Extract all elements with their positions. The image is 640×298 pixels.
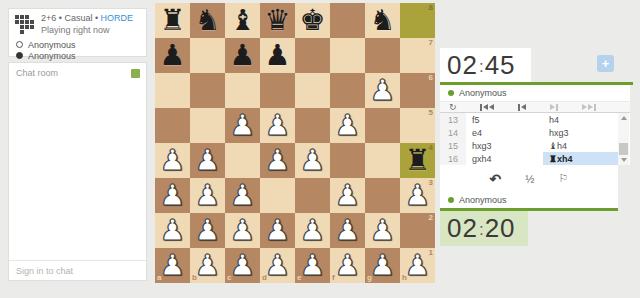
- square-c6[interactable]: [225, 73, 260, 108]
- chat-toggle-icon[interactable]: [131, 69, 140, 78]
- square-f3[interactable]: ♟: [330, 178, 365, 213]
- square-g3[interactable]: [365, 178, 400, 213]
- white-pawn[interactable]: ♟: [160, 213, 186, 248]
- resign-flag-button[interactable]: ⚐: [559, 172, 569, 185]
- horde-variant-icon: [15, 15, 34, 35]
- square-c2[interactable]: ♟: [225, 213, 260, 248]
- square-e5[interactable]: [295, 108, 330, 143]
- square-d6[interactable]: [260, 73, 295, 108]
- offer-draw-button[interactable]: ½: [525, 173, 534, 185]
- square-f8[interactable]: [330, 3, 365, 38]
- chat-input[interactable]: [9, 260, 146, 280]
- file-label: c: [227, 274, 231, 282]
- move-white[interactable]: hxg3: [466, 139, 543, 152]
- top-player-name: Anonymous: [459, 88, 507, 98]
- white-pawn[interactable]: ♟: [230, 178, 256, 213]
- square-c8[interactable]: ♝: [225, 3, 260, 38]
- square-a7[interactable]: ♟: [155, 38, 190, 73]
- square-c1[interactable]: c♟: [225, 248, 260, 283]
- white-pawn[interactable]: ♟: [195, 143, 221, 178]
- move-black[interactable]: ♝h4: [543, 139, 618, 152]
- square-h7[interactable]: 7: [400, 38, 435, 73]
- rank-label: 7: [429, 39, 433, 47]
- square-g7[interactable]: [365, 38, 400, 73]
- move-black[interactable]: hxg3: [543, 126, 618, 139]
- square-d3[interactable]: [260, 178, 295, 213]
- board: ♜♞♝♛♚♞8♟♟♟7♟6♟♟♟5♟♟♟♟4♜♟♟♟♟3♟♟♟♟♟♟♟♟2a♟b…: [155, 3, 435, 283]
- bottom-player-name: Anonymous: [459, 195, 507, 205]
- move-black[interactable]: h4: [543, 113, 618, 126]
- file-label: h: [402, 274, 407, 282]
- black-player-name: Anonymous: [28, 51, 76, 61]
- scroll-up-icon[interactable]: [618, 113, 629, 123]
- variant-link[interactable]: HORDE: [101, 13, 134, 23]
- rank-label: 3: [429, 179, 433, 187]
- white-pawn[interactable]: ♟: [300, 213, 326, 248]
- square-b1[interactable]: b♟: [190, 248, 225, 283]
- square-h6[interactable]: 6: [400, 73, 435, 108]
- rank-label: 5: [429, 109, 433, 117]
- square-g5[interactable]: [365, 108, 400, 143]
- next-move-button[interactable]: [550, 104, 558, 111]
- white-pawn[interactable]: ♟: [405, 178, 431, 213]
- square-a3[interactable]: ♟: [155, 178, 190, 213]
- square-f4[interactable]: [330, 143, 365, 178]
- square-e8[interactable]: ♚: [295, 3, 330, 38]
- square-c4[interactable]: [225, 143, 260, 178]
- square-a4[interactable]: ♟: [155, 143, 190, 178]
- white-player-row: Anonymous: [16, 39, 140, 50]
- square-b5[interactable]: [190, 108, 225, 143]
- white-pawn[interactable]: ♟: [370, 248, 396, 283]
- last-move-button[interactable]: [582, 104, 596, 111]
- square-f2[interactable]: ♟: [330, 213, 365, 248]
- first-move-button[interactable]: [480, 104, 494, 111]
- square-g1[interactable]: g♟: [365, 248, 400, 283]
- rank-label: 2: [429, 214, 433, 222]
- black-bishop[interactable]: ♝: [230, 3, 256, 38]
- white-pawn[interactable]: ♟: [335, 213, 361, 248]
- file-label: f: [332, 274, 335, 282]
- white-pawn[interactable]: ♟: [265, 213, 291, 248]
- bottom-player-bar: Anonymous: [440, 192, 618, 208]
- game-mode: Casual: [64, 13, 92, 23]
- move-white[interactable]: f5: [466, 113, 543, 126]
- scrollbar-thumb[interactable]: [619, 143, 628, 155]
- game-controls-box: Anonymous ↻ 13f5h414e4hxg315hxg3♝h416gxh…: [440, 85, 630, 165]
- square-d2[interactable]: ♟: [260, 213, 295, 248]
- white-pawn[interactable]: ♟: [265, 248, 291, 283]
- square-e3[interactable]: [295, 178, 330, 213]
- player-list: Anonymous Anonymous: [9, 37, 146, 61]
- white-pawn[interactable]: ♟: [335, 178, 361, 213]
- white-pawn[interactable]: ♟: [160, 248, 186, 283]
- game-meta-line: 2+6 • Casual • HORDE: [41, 13, 133, 23]
- black-pawn[interactable]: ♟: [230, 38, 256, 73]
- square-g6[interactable]: ♟: [365, 73, 400, 108]
- square-d4[interactable]: ♟: [260, 143, 295, 178]
- white-pawn[interactable]: ♟: [300, 248, 326, 283]
- square-h5[interactable]: 5: [400, 108, 435, 143]
- square-d7[interactable]: ♟: [260, 38, 295, 73]
- move-number: 15: [440, 139, 466, 152]
- square-b6[interactable]: [190, 73, 225, 108]
- file-label: e: [297, 274, 301, 282]
- square-g8[interactable]: ♞: [365, 3, 400, 38]
- square-h1[interactable]: 1h♟: [400, 248, 435, 283]
- white-pawn[interactable]: ♟: [370, 73, 396, 108]
- white-color-icon: [16, 41, 23, 48]
- square-f5[interactable]: ♟: [330, 108, 365, 143]
- white-pawn[interactable]: ♟: [230, 248, 256, 283]
- square-g2[interactable]: ♟: [365, 213, 400, 248]
- white-pawn[interactable]: ♟: [160, 178, 186, 213]
- square-a5[interactable]: [155, 108, 190, 143]
- rank-label: 4: [429, 144, 433, 152]
- black-pawn[interactable]: ♟: [265, 38, 291, 73]
- file-label: d: [262, 274, 267, 282]
- square-e6[interactable]: [295, 73, 330, 108]
- black-color-icon: [16, 52, 23, 59]
- square-f7[interactable]: [330, 38, 365, 73]
- white-pawn[interactable]: ♟: [160, 143, 186, 178]
- square-a2[interactable]: ♟: [155, 213, 190, 248]
- black-rook[interactable]: ♜: [405, 143, 431, 178]
- square-a6[interactable]: [155, 73, 190, 108]
- square-c3[interactable]: ♟: [225, 178, 260, 213]
- online-dot-icon: [448, 197, 454, 203]
- square-d5[interactable]: ♟: [260, 108, 295, 143]
- square-h2[interactable]: 2: [400, 213, 435, 248]
- replay-nav-bar: ↻: [440, 101, 630, 113]
- file-label: g: [367, 274, 372, 282]
- square-a1[interactable]: a♟: [155, 248, 190, 283]
- white-pawn[interactable]: ♟: [335, 108, 361, 143]
- square-b8[interactable]: ♞: [190, 3, 225, 38]
- online-dot-icon: [448, 90, 454, 96]
- square-b4[interactable]: ♟: [190, 143, 225, 178]
- move-white[interactable]: gxh4: [466, 152, 543, 165]
- top-player-bar: Anonymous: [440, 85, 630, 101]
- square-b2[interactable]: ♟: [190, 213, 225, 248]
- takeback-button[interactable]: ↶: [490, 171, 502, 187]
- white-pawn[interactable]: ♟: [230, 108, 256, 143]
- square-b7[interactable]: [190, 38, 225, 73]
- square-f1[interactable]: f♟: [330, 248, 365, 283]
- square-c7[interactable]: ♟: [225, 38, 260, 73]
- white-pawn[interactable]: ♟: [265, 108, 291, 143]
- file-label: b: [192, 274, 197, 282]
- top-clock: 02:45: [440, 48, 531, 82]
- move-list: 13f5h414e4hxg315hxg3♝h416gxh4♜xh4: [440, 113, 618, 165]
- move-number: 16: [440, 152, 466, 165]
- move-black[interactable]: ♜xh4: [543, 152, 618, 165]
- time-control: 2+6: [41, 13, 56, 23]
- square-e7[interactable]: [295, 38, 330, 73]
- black-pawn[interactable]: ♟: [160, 38, 186, 73]
- white-pawn[interactable]: ♟: [195, 213, 221, 248]
- black-king[interactable]: ♚: [300, 3, 326, 38]
- square-d1[interactable]: d♟: [260, 248, 295, 283]
- square-e1[interactable]: e♟: [295, 248, 330, 283]
- white-pawn[interactable]: ♟: [230, 213, 256, 248]
- square-g4[interactable]: [365, 143, 400, 178]
- black-knight[interactable]: ♞: [195, 3, 221, 38]
- chat-panel: Chat room: [8, 62, 147, 281]
- square-h8[interactable]: 8: [400, 3, 435, 38]
- game-status: Playing right now: [41, 25, 133, 35]
- rank-label: 1: [429, 249, 433, 257]
- black-player-row: Anonymous: [16, 50, 140, 61]
- square-f6[interactable]: [330, 73, 365, 108]
- square-e2[interactable]: ♟: [295, 213, 330, 248]
- white-pawn[interactable]: ♟: [195, 248, 221, 283]
- move-white[interactable]: e4: [466, 126, 543, 139]
- black-knight[interactable]: ♞: [370, 3, 396, 38]
- square-b3[interactable]: ♟: [190, 178, 225, 213]
- move-list-scrollbar[interactable]: [618, 113, 629, 165]
- chat-title: Chat room: [16, 68, 58, 78]
- square-e4[interactable]: ♟: [295, 143, 330, 178]
- actions-box: ↶ ½ ⚐ Anonymous: [440, 165, 618, 208]
- move-number: 14: [440, 126, 466, 139]
- rank-label: 8: [429, 4, 433, 12]
- black-rook[interactable]: ♜: [160, 3, 186, 38]
- scroll-down-icon[interactable]: [618, 155, 629, 165]
- game-meta-box: 2+6 • Casual • HORDE Playing right now A…: [8, 8, 147, 57]
- square-c5[interactable]: ♟: [225, 108, 260, 143]
- white-pawn[interactable]: ♟: [405, 248, 431, 283]
- rank-label: 6: [429, 74, 433, 82]
- replay-mode-icon[interactable]: ↻: [449, 103, 457, 112]
- black-queen[interactable]: ♛: [265, 3, 291, 38]
- white-pawn[interactable]: ♟: [335, 248, 361, 283]
- move-number: 13: [440, 113, 466, 126]
- white-pawn[interactable]: ♟: [300, 143, 326, 178]
- bottom-clock-active: 02:20: [440, 211, 528, 246]
- white-pawn[interactable]: ♟: [370, 213, 396, 248]
- give-more-time-button[interactable]: +: [597, 55, 614, 72]
- white-pawn[interactable]: ♟: [195, 178, 221, 213]
- square-h4[interactable]: 4♜: [400, 143, 435, 178]
- white-player-name: Anonymous: [28, 40, 76, 50]
- square-d8[interactable]: ♛: [260, 3, 295, 38]
- square-h3[interactable]: 3♟: [400, 178, 435, 213]
- file-label: a: [157, 274, 161, 282]
- white-pawn[interactable]: ♟: [265, 143, 291, 178]
- previous-move-button[interactable]: [518, 104, 526, 111]
- square-a8[interactable]: ♜: [155, 3, 190, 38]
